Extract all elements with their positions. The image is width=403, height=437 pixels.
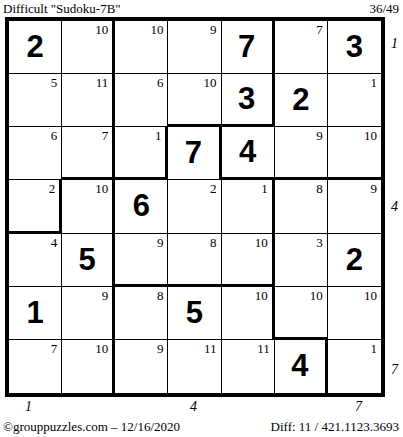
cell-value: 7 [168,127,218,179]
pencil-mark: 1 [370,341,377,357]
cell-value: 2 [275,74,327,126]
pencil-mark: 2 [210,181,217,197]
cell-r5c7[interactable]: 2 [328,234,381,287]
puzzle-page: { "header": { "title": "Difficult \"Sudo… [0,0,403,437]
cell-r1c1[interactable]: 2 [9,21,62,74]
row-label-1: 1 [391,36,398,52]
cell-value: 4 [275,340,325,393]
cell-r4c2[interactable]: 10 [62,180,115,233]
cell-r1c4[interactable]: 9 [168,21,221,74]
cell-r2c1[interactable]: 5 [9,74,62,127]
cell-r7c5[interactable]: 11 [222,340,275,393]
pencil-mark: 10 [95,341,108,357]
cell-value: 4 [222,127,274,177]
pencil-mark: 9 [102,288,109,304]
cell-r3c3[interactable]: 1 [115,127,168,180]
cell-r7c3[interactable]: 9 [115,340,168,393]
cell-value: 6 [115,180,167,232]
col-label-4: 4 [190,399,197,415]
cell-value: 3 [222,74,272,124]
copyright-text: ©grouppuzzles.com – 12/16/2020 [3,419,180,435]
cell-value: 5 [62,234,112,286]
pencil-mark: 10 [95,22,108,38]
pencil-mark: 11 [96,75,109,91]
cell-r5c4[interactable]: 8 [168,234,221,287]
cell-r6c5[interactable]: 10 [222,287,275,340]
pencil-mark: 7 [51,341,58,357]
cell-r2c3[interactable]: 6 [115,74,168,127]
cell-r7c7[interactable]: 1 [328,340,381,393]
cell-r2c6[interactable]: 2 [275,74,328,127]
pencil-mark: 8 [157,288,164,304]
col-label-1: 1 [25,399,32,415]
progress-counter: 36/49 [369,1,399,17]
pencil-mark: 9 [210,22,217,38]
col-label-7: 7 [355,399,362,415]
pencil-mark: 9 [316,128,323,144]
cell-r3c2[interactable]: 7 [62,127,115,180]
cell-r7c1[interactable]: 7 [9,340,62,393]
cell-r1c7[interactable]: 3 [328,21,381,74]
cell-r5c1[interactable]: 4 [9,234,62,287]
pencil-mark: 7 [102,128,109,144]
pencil-mark: 4 [51,235,58,251]
cell-value: 3 [328,21,381,73]
cell-r6c2[interactable]: 9 [62,287,115,340]
cell-r4c4[interactable]: 2 [168,180,221,233]
cell-r1c6[interactable]: 7 [275,21,328,74]
pencil-mark: 9 [157,341,164,357]
cell-r3c1[interactable]: 6 [9,127,62,180]
pencil-mark: 1 [261,181,268,197]
cell-r6c4[interactable]: 5 [168,287,221,340]
cell-r3c6[interactable]: 9 [275,127,328,180]
pencil-mark: 8 [316,181,323,197]
page-title: Difficult "Sudoku-7B" [3,1,121,17]
cell-r5c6[interactable]: 3 [275,234,328,287]
cell-value: 1 [9,287,61,339]
cell-r5c5[interactable]: 10 [222,234,275,287]
row-label-4: 4 [391,199,398,215]
cell-r7c2[interactable]: 10 [62,340,115,393]
cell-r6c6[interactable]: 10 [275,287,328,340]
pencil-mark: 1 [155,128,162,144]
cell-r5c2[interactable]: 5 [62,234,115,287]
pencil-mark: 10 [364,128,377,144]
pencil-mark: 9 [157,235,164,251]
pencil-mark: 10 [95,181,108,197]
cell-r2c2[interactable]: 11 [62,74,115,127]
pencil-mark: 8 [210,235,217,251]
cell-r3c4[interactable]: 7 [168,127,221,180]
pencil-mark: 11 [257,341,270,357]
cell-r2c5[interactable]: 3 [222,74,275,127]
pencil-mark: 10 [255,288,268,304]
difficulty-text: Diff: 11 / 421.1123.3693 [271,419,399,435]
pencil-mark: 9 [370,181,377,197]
cell-r4c5[interactable]: 1 [222,180,275,233]
cell-r2c4[interactable]: 10 [168,74,221,127]
cell-r1c5[interactable]: 7 [222,21,275,74]
cell-r6c7[interactable]: 10 [328,287,381,340]
pencil-mark: 6 [51,128,58,144]
pencil-mark: 1 [370,75,377,91]
sudoku-grid: 2101097735116103216717491021062189459810… [5,17,385,397]
pencil-mark: 7 [316,22,323,38]
cell-r4c3[interactable]: 6 [115,180,168,233]
cell-r5c3[interactable]: 9 [115,234,168,287]
cell-r6c1[interactable]: 1 [9,287,62,340]
cell-r7c4[interactable]: 11 [168,340,221,393]
cell-r7c6[interactable]: 4 [275,340,328,393]
cell-r6c3[interactable]: 8 [115,287,168,340]
cell-value: 7 [222,21,272,73]
pencil-mark: 11 [204,341,217,357]
cell-r2c7[interactable]: 1 [328,74,381,127]
cell-r1c2[interactable]: 10 [62,21,115,74]
pencil-mark: 3 [316,235,323,251]
cell-r3c7[interactable]: 10 [328,127,381,180]
cell-r1c3[interactable]: 10 [115,21,168,74]
cell-r4c6[interactable]: 8 [275,180,328,233]
cell-r3c5[interactable]: 4 [222,127,275,180]
cell-value: 2 [328,234,381,286]
cell-value: 2 [9,21,61,73]
cell-r4c7[interactable]: 9 [328,180,381,233]
pencil-mark: 10 [364,288,377,304]
pencil-mark: 2 [49,181,56,197]
cell-value: 5 [168,287,220,339]
pencil-mark: 10 [150,22,163,38]
pencil-mark: 10 [204,75,217,91]
cell-r4c1[interactable]: 2 [9,180,62,233]
pencil-mark: 10 [310,288,323,304]
pencil-mark: 10 [255,235,268,251]
row-label-7: 7 [391,362,398,378]
pencil-mark: 5 [51,75,58,91]
pencil-mark: 6 [157,75,164,91]
